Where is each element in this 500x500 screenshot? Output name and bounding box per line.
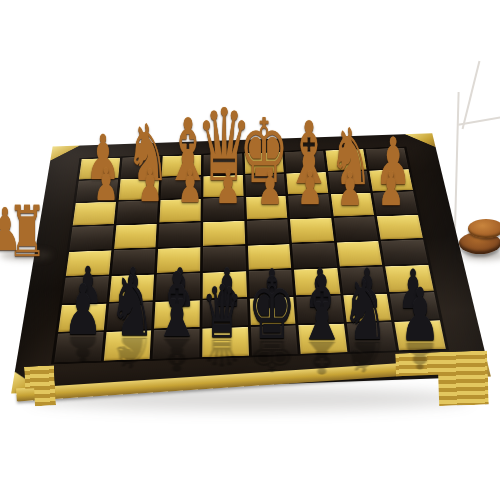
board-square [114, 224, 157, 249]
wood-disc[interactable] [468, 219, 500, 238]
chess-photo-scene: ♟♞♝♛♚♝♞♟♟♟♟♟♟♟♟♟♟♟♟♟♟♟♟♟♟♟♞♞♝♝♛♛♚♚♝♝♞♞♟♟… [0, 0, 500, 500]
piece-black-knight[interactable]: ♞ [109, 275, 156, 337]
board-square [158, 222, 200, 247]
piece-wood-pawn[interactable]: ♟ [297, 171, 323, 205]
board-square [334, 216, 379, 241]
piece-black-queen[interactable]: ♛ [202, 285, 243, 339]
board-square [290, 218, 334, 243]
piece-wood-pawn[interactable]: ♟ [378, 171, 404, 206]
piece-black-bishop[interactable]: ♝ [297, 275, 346, 341]
piece-wood-pawn[interactable]: ♟ [93, 168, 118, 201]
piece-black-bishop[interactable]: ♝ [152, 272, 201, 338]
piece-wood-pawn-offboard[interactable]: ♟ [0, 208, 21, 252]
board-square [377, 215, 423, 239]
piece-black-pawn[interactable]: ♟ [400, 288, 441, 342]
piece-black-king[interactable]: ♚ [248, 276, 296, 340]
brass-corner-mount [50, 146, 79, 161]
background-stand-edge [462, 61, 481, 129]
board-square [69, 225, 113, 250]
piece-black-knight[interactable]: ♞ [342, 279, 389, 341]
piece-wood-pawn[interactable]: ♟ [137, 169, 162, 202]
piece-wood-pawn[interactable]: ♟ [337, 172, 363, 206]
piece-black-pawn[interactable]: ♟ [64, 284, 103, 336]
piece-wood-pawn[interactable]: ♟ [215, 170, 241, 204]
piece-wood-pawn[interactable]: ♟ [257, 171, 283, 205]
board-square [203, 221, 245, 246]
piece-wood-pawn[interactable]: ♟ [177, 170, 202, 203]
board-square [247, 219, 290, 244]
